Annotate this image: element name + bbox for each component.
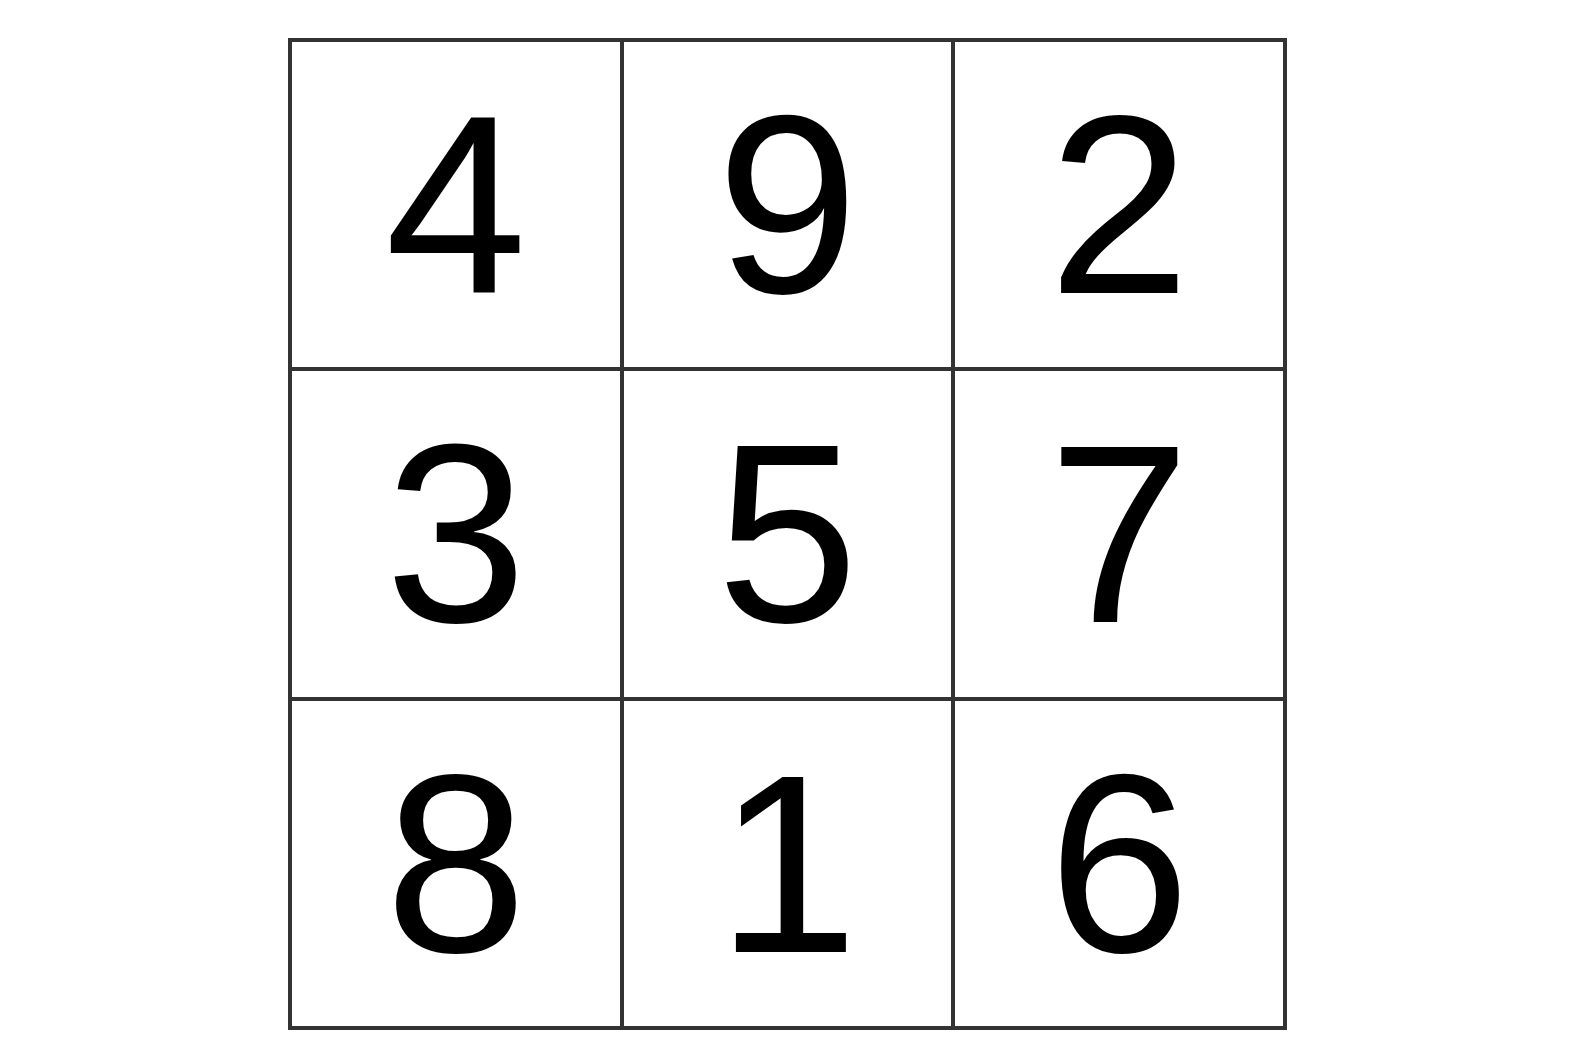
cell-r1c3: 2 xyxy=(955,42,1283,367)
cell-r2c1: 3 xyxy=(292,371,620,696)
cell-r1c2: 9 xyxy=(624,42,952,367)
cell-r1c1: 4 xyxy=(292,42,620,367)
cell-r3c2: 1 xyxy=(624,701,952,1026)
cell-r3c1: 8 xyxy=(292,701,620,1026)
cell-r2c2: 5 xyxy=(624,371,952,696)
cell-r2c3: 7 xyxy=(955,371,1283,696)
cell-r3c3: 6 xyxy=(955,701,1283,1026)
magic-square-board: 4 9 2 3 5 7 8 1 6 xyxy=(288,38,1287,1030)
page-background: 4 9 2 3 5 7 8 1 6 xyxy=(0,0,1585,1039)
